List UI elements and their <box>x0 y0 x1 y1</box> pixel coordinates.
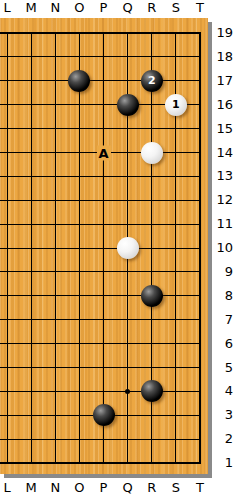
grid-vline-P <box>103 32 104 464</box>
coord-row-9: 9 <box>211 264 233 280</box>
coord-row-17: 17 <box>211 73 233 89</box>
grid-vline-O <box>79 32 80 464</box>
star-point-Q4 <box>125 389 130 394</box>
coord-row-3: 3 <box>211 407 233 423</box>
stone-white-R14[interactable] <box>141 142 163 164</box>
coord-row-15: 15 <box>211 121 233 137</box>
coord-row-19: 19 <box>211 25 233 41</box>
coord-bottom-R: R <box>143 480 161 497</box>
coord-bottom-T: T <box>191 480 209 497</box>
coord-bottom-Q: Q <box>119 480 137 497</box>
coord-top-Q: Q <box>119 0 137 17</box>
coord-row-13: 13 <box>211 168 233 184</box>
grid-vline-M <box>31 32 32 464</box>
stone-black-O17[interactable] <box>68 70 90 92</box>
coord-row-6: 6 <box>211 336 233 352</box>
annotation-A-P14: A <box>96 145 110 160</box>
coord-top-O: O <box>70 0 88 17</box>
move-number-1: 1 <box>172 94 180 116</box>
coord-row-7: 7 <box>211 312 233 328</box>
coord-top-L: L <box>0 0 16 17</box>
stone-black-R4[interactable] <box>141 380 163 402</box>
grid-vline-L <box>7 32 8 464</box>
coord-row-5: 5 <box>211 360 233 376</box>
coord-row-18: 18 <box>211 49 233 65</box>
coord-row-4: 4 <box>211 383 233 399</box>
coord-top-M: M <box>22 0 40 17</box>
coord-row-14: 14 <box>211 145 233 161</box>
coord-row-12: 12 <box>211 192 233 208</box>
coord-row-1: 1 <box>211 455 233 471</box>
coord-bottom-O: O <box>70 480 88 497</box>
coord-top-R: R <box>143 0 161 17</box>
coord-bottom-L: L <box>0 480 16 497</box>
coord-bottom-M: M <box>22 480 40 497</box>
goban[interactable]: 21A <box>0 18 208 474</box>
grid-vline-N <box>55 32 56 464</box>
coord-top-S: S <box>167 0 185 17</box>
grid-vline-T <box>199 32 201 464</box>
stone-white-Q10[interactable] <box>117 237 139 259</box>
stone-black-R17[interactable]: 2 <box>141 70 163 92</box>
stone-white-S16[interactable]: 1 <box>165 94 187 116</box>
move-number-2: 2 <box>148 70 156 92</box>
coord-row-10: 10 <box>211 240 233 256</box>
coord-row-8: 8 <box>211 288 233 304</box>
coord-bottom-S: S <box>167 480 185 497</box>
coord-top-N: N <box>46 0 64 17</box>
coord-row-11: 11 <box>211 216 233 232</box>
stone-black-P3[interactable] <box>93 404 115 426</box>
coord-bottom-N: N <box>46 480 64 497</box>
coord-top-T: T <box>191 0 209 17</box>
go-diagram: 21A LLMMNNOOPPQQRRSSTT191817161514131211… <box>0 0 236 500</box>
stone-black-R8[interactable] <box>141 285 163 307</box>
coord-row-2: 2 <box>211 431 233 447</box>
coord-bottom-P: P <box>95 480 113 497</box>
coord-row-16: 16 <box>211 97 233 113</box>
stone-black-Q16[interactable] <box>117 94 139 116</box>
coord-top-P: P <box>95 0 113 17</box>
